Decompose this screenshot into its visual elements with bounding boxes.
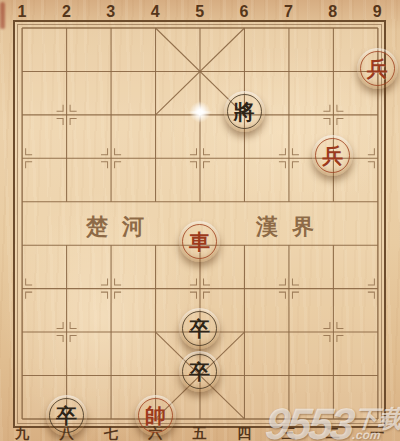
- piece-glyph-black-soldier: 卒: [189, 318, 210, 339]
- piece-glyph-red-soldier: 兵: [367, 58, 388, 79]
- file-label-bottom-7: 三: [281, 425, 295, 441]
- file-label-top-5: 5: [195, 3, 204, 21]
- file-label-top-7: 7: [284, 3, 293, 21]
- file-label-top-2: 2: [62, 3, 71, 21]
- file-label-bottom-8: 二: [326, 425, 340, 441]
- piece-red-general[interactable]: 帥: [135, 395, 176, 436]
- file-label-bottom-1: 九: [15, 425, 29, 441]
- file-label-top-4: 4: [151, 3, 160, 21]
- file-label-bottom-3: 七: [104, 425, 118, 441]
- piece-glyph-black-general: 將: [234, 101, 255, 122]
- file-label-bottom-5: 五: [193, 425, 207, 441]
- file-label-bottom-9: 一: [370, 425, 384, 441]
- file-label-bottom-6: 四: [237, 425, 251, 441]
- file-label-top-9: 9: [373, 3, 382, 21]
- xiangqi-app: 123456789 九八七六五四三二一 楚河 漢界 兵將兵車卒卒卒帥 9553 …: [0, 0, 400, 441]
- edge-artifact: [0, 2, 5, 29]
- piece-glyph-red-general: 帥: [145, 405, 166, 426]
- piece-black-general[interactable]: 將: [224, 91, 265, 132]
- file-label-top-8: 8: [328, 3, 337, 21]
- piece-black-soldier[interactable]: 卒: [179, 308, 220, 349]
- piece-red-soldier[interactable]: 兵: [357, 48, 398, 89]
- piece-glyph-black-soldier: 卒: [56, 405, 77, 426]
- file-label-top-3: 3: [106, 3, 115, 21]
- piece-glyph-red-chariot: 車: [189, 231, 210, 252]
- file-label-top-1: 1: [18, 3, 27, 21]
- piece-glyph-black-soldier: 卒: [189, 361, 210, 382]
- river-label-chu: 楚河: [86, 214, 158, 238]
- piece-glyph-red-soldier: 兵: [322, 145, 343, 166]
- river-label-han: 漢界: [256, 214, 328, 238]
- piece-red-soldier[interactable]: 兵: [312, 135, 353, 176]
- piece-black-soldier[interactable]: 卒: [46, 395, 87, 436]
- file-label-top-6: 6: [240, 3, 249, 21]
- sparkle-effect: [189, 101, 211, 123]
